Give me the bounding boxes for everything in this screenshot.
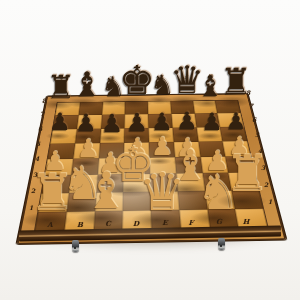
rank-label-left-5: 5	[36, 140, 40, 147]
black-pawn-g7[interactable]: ♟	[201, 110, 223, 134]
metal-latch-1	[72, 240, 79, 252]
rank-label-left-7: 7	[40, 110, 44, 117]
photo-stage: AABBCCDDEEFFGGHH1122334455667788 ♜♝♞♚♞♛♝…	[0, 0, 300, 300]
rank-label-left-6: 6	[38, 125, 42, 132]
black-pawn-h7[interactable]: ♟	[226, 110, 247, 133]
rank-label-right-5: 5	[255, 131, 259, 138]
black-pawn-a7[interactable]: ♟	[49, 110, 71, 134]
black-bishop-b8[interactable]: ♝	[72, 67, 102, 101]
file-label-near-h: H	[243, 217, 250, 226]
metal-latch-2	[218, 238, 225, 250]
white-rook-h2[interactable]: ♜	[225, 149, 270, 199]
rank-label-right-6: 6	[252, 116, 256, 123]
black-pawn-d7[interactable]: ♟	[126, 110, 148, 135]
black-pawn-c7[interactable]: ♟	[101, 111, 123, 136]
black-pawn-f7[interactable]: ♟	[176, 109, 198, 133]
rank-label-left-4: 4	[35, 155, 39, 162]
black-rook-h8[interactable]: ♜	[220, 64, 252, 100]
black-pawn-e7[interactable]: ♟	[151, 110, 173, 134]
black-pawn-b7[interactable]: ♟	[75, 111, 97, 135]
